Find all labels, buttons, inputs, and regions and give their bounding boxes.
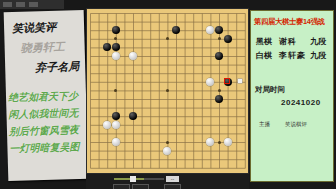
black-stone — [224, 35, 232, 43]
window-button-icon[interactable] — [16, 2, 25, 7]
white-stone — [112, 52, 120, 60]
black-label: 黑棋 — [256, 36, 272, 47]
channel-subtitle: 骁勇轩工 — [20, 39, 64, 55]
white-player-row: 白棋 李轩豪 九段 — [251, 50, 333, 60]
white-stone — [129, 52, 137, 60]
white-stone — [224, 138, 232, 146]
star-point — [218, 37, 221, 40]
move-counter: -- — [166, 176, 179, 182]
black-player: 谢科 — [279, 36, 297, 47]
channel-title: 笑说笑评 — [12, 20, 56, 36]
white-label: 白棋 — [256, 50, 272, 61]
game-time-label: 对局时间 — [255, 85, 285, 95]
white-stone — [103, 121, 111, 129]
star-point — [166, 141, 169, 144]
black-stone — [112, 112, 120, 120]
go-board[interactable] — [86, 8, 249, 174]
star-point — [166, 89, 169, 92]
black-rank: 九段 — [310, 36, 326, 47]
episode-title: 弃子名局 — [35, 59, 79, 75]
control-button[interactable] — [164, 184, 181, 189]
black-stone — [215, 95, 223, 103]
white-stone — [112, 138, 120, 146]
star-point — [218, 141, 221, 144]
white-square-marker — [238, 79, 242, 83]
last-move-marker — [224, 78, 230, 84]
commentary-card: 笑说笑评 骁勇轩工 弃子名局 绝艺如君天下少 闲人似我世间无 别后竹窗风雪夜 一… — [4, 10, 89, 181]
white-rank: 九段 — [310, 50, 326, 61]
black-player-row: 黑棋 谢科 九段 — [251, 36, 333, 46]
window-button-icon[interactable] — [29, 2, 38, 7]
game-info-panel: 第四届大棋士赛14强战 黑棋 谢科 九段 白棋 李轩豪 九段 对局时间 2024… — [250, 10, 334, 182]
poem-line: 绝艺如君天下少 — [8, 89, 78, 105]
move-slider-fill — [114, 178, 144, 180]
host-row: 主播 笑说棋评 — [259, 121, 270, 128]
window-button-icon[interactable] — [3, 2, 12, 7]
control-bar: -- — [86, 174, 249, 189]
control-button[interactable] — [132, 184, 149, 189]
white-player: 李轩豪 — [279, 50, 306, 61]
window-titlebar-fragment — [0, 0, 64, 9]
go-board-grid[interactable] — [90, 13, 246, 169]
black-stone — [112, 26, 120, 34]
white-stone — [163, 147, 171, 155]
star-point — [218, 89, 221, 92]
control-button[interactable] — [113, 184, 130, 189]
poem-line: 别后竹窗风雪夜 — [9, 123, 79, 139]
tournament-title: 第四届大棋士赛14强战 — [254, 17, 332, 27]
black-stone — [215, 52, 223, 60]
host-label: 主播 — [259, 121, 270, 127]
host-name: 笑说棋评 — [285, 121, 307, 128]
poem-line: 一灯明暗复吴图 — [9, 140, 79, 156]
poem-line: 闲人似我世间无 — [8, 106, 78, 122]
white-stone — [112, 121, 120, 129]
game-date: 20241020 — [281, 98, 321, 107]
move-slider-handle[interactable] — [130, 176, 136, 182]
move-slider[interactable] — [114, 178, 164, 180]
